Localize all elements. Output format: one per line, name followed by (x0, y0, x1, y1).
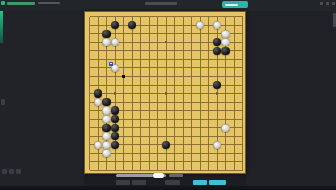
action-button-1[interactable] (193, 180, 207, 185)
white-stone (196, 21, 204, 29)
grid-line-h (90, 170, 243, 171)
black-stone (111, 106, 119, 114)
grid-line-h (90, 153, 243, 154)
app-logo-icon (1, 1, 5, 5)
grid-line-v (234, 17, 235, 171)
nav-button-1[interactable] (116, 180, 130, 185)
sidebar-handle-icon[interactable] (1, 99, 5, 105)
grid-line-v (191, 17, 192, 171)
black-stone (102, 30, 110, 38)
white-stone (221, 38, 229, 46)
title-bar (0, 0, 336, 11)
black-stone (128, 21, 136, 29)
white-stone (102, 38, 110, 46)
white-stone (102, 115, 110, 123)
white-stone (102, 141, 110, 149)
white-stone (94, 98, 102, 106)
right-sidebar (246, 11, 336, 189)
menu-text (145, 2, 177, 5)
window-title-text (7, 2, 35, 5)
black-stone (111, 115, 119, 123)
scrollbar[interactable] (333, 13, 336, 27)
status-badge-text (225, 4, 238, 6)
black-stone (102, 98, 110, 106)
black-stone (162, 141, 170, 149)
white-stone (221, 124, 229, 132)
white-stone (221, 30, 229, 38)
grid-line-v (208, 17, 209, 171)
star-point (114, 92, 116, 94)
square-move-marker (122, 75, 126, 79)
star-point (165, 41, 167, 43)
grid-line-v (200, 17, 201, 171)
move-counter-text (169, 174, 183, 177)
black-stone (111, 21, 119, 29)
window-title-subtext (38, 2, 60, 4)
sidebar-accent-strip (0, 11, 3, 43)
last-move-marker (109, 62, 113, 66)
black-stone (221, 47, 229, 55)
black-stone (94, 89, 102, 97)
white-stone (111, 38, 119, 46)
black-stone (213, 38, 221, 46)
move-slider-thumb[interactable] (153, 173, 164, 178)
nav-button-3[interactable] (165, 180, 180, 185)
white-stone (102, 106, 110, 114)
white-stone (213, 141, 221, 149)
close-icon[interactable] (332, 2, 335, 5)
sidebar-tool-icon-1[interactable] (2, 169, 7, 174)
grid-line-v (174, 17, 175, 171)
star-point (165, 92, 167, 94)
action-button-2[interactable] (209, 180, 226, 185)
grid-line-v (242, 17, 243, 171)
white-stone (213, 21, 221, 29)
grid-line-h (90, 161, 243, 162)
black-stone (213, 81, 221, 89)
black-stone (213, 47, 221, 55)
black-stone (111, 141, 119, 149)
black-stone (102, 124, 110, 132)
grid-line-v (183, 17, 184, 171)
white-stone (102, 149, 110, 157)
sidebar-tool-icon-2[interactable] (9, 169, 14, 174)
white-stone (102, 132, 110, 140)
minimize-icon[interactable] (320, 2, 323, 5)
maximize-icon[interactable] (326, 2, 329, 5)
grid-line-h (90, 102, 243, 103)
go-client-window (0, 0, 336, 189)
sidebar-tool-icon-3[interactable] (16, 169, 21, 174)
white-stone (94, 141, 102, 149)
bottom-status-strip (0, 186, 336, 190)
black-stone (111, 124, 119, 132)
star-point (216, 92, 218, 94)
black-stone (111, 132, 119, 140)
left-sidebar (0, 11, 84, 189)
status-badge[interactable] (222, 1, 248, 8)
nav-button-2[interactable] (132, 180, 146, 185)
go-board[interactable] (84, 11, 246, 174)
